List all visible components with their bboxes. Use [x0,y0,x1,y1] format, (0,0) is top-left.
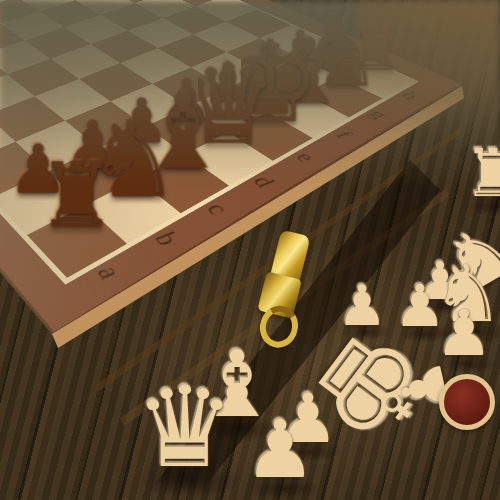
light-queen-0: ♛ [135,374,235,480]
light-pawn-2: ♟ [244,412,316,488]
pawn-icon: ♟ [244,403,316,496]
felt-base [439,374,495,430]
chess-set-photo: abcdefgh ♟♟♟♟♟♟♟♟♜♞♝♛♚♝♞♜ ♛♝♟♟♟♟♟♟♞♞♜♚♟ [0,0,500,500]
rook-icon: ♜ [463,135,500,212]
queen-icon: ♛ [135,362,235,492]
light-rook-10: ♜ [463,143,500,206]
